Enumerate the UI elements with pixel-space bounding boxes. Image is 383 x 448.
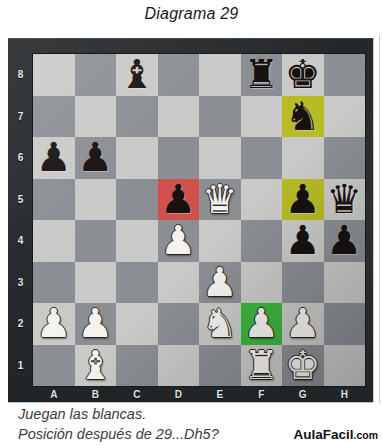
black-queen: ♛ [326,179,362,220]
caption-line-1: Juegan las blancas. [18,404,219,424]
square-e8 [199,54,241,96]
file-label-h: H [324,386,366,402]
square-c6 [116,137,158,179]
black-knight: ♞ [285,96,321,137]
file-label-d: D [158,386,200,402]
rank-label-1: 1 [8,345,33,387]
white-king: ♚ [285,345,321,386]
white-pawn: ♟ [36,303,72,344]
square-f5 [241,179,283,221]
page: Diagrama 29 87654321 ♝♜♚♞♟♟♟♛♟♛♟♟♟♟♟♟♞♟♟… [0,0,383,448]
caption: Juegan las blancas. Posición después de … [18,404,219,444]
square-h8 [324,54,366,96]
black-pawn: ♟ [36,137,72,178]
white-pawn: ♟ [77,303,113,344]
square-a8 [33,54,75,96]
diagram-title: Diagrama 29 [0,5,383,23]
square-e7 [199,96,241,138]
file-label-b: B [75,386,117,402]
square-f8: ♜ [241,54,283,96]
square-e6 [199,137,241,179]
file-label-f: F [241,386,283,402]
square-b1: ♝ [75,345,117,387]
square-h6 [324,137,366,179]
square-c1 [116,345,158,387]
black-pawn: ♟ [285,179,321,220]
square-d5: ♟ [158,179,200,221]
square-b3 [75,262,117,304]
white-bishop: ♝ [77,345,113,386]
square-h2 [324,303,366,345]
square-c3 [116,262,158,304]
square-g2: ♟ [282,303,324,345]
square-b8 [75,54,117,96]
square-a7 [33,96,75,138]
square-d4: ♟ [158,220,200,262]
square-g7: ♞ [282,96,324,138]
file-label-e: E [199,386,241,402]
black-pawn: ♟ [326,220,362,261]
square-f7 [241,96,283,138]
black-bishop: ♝ [119,54,155,95]
white-rook: ♜ [243,345,279,386]
black-pawn: ♟ [285,220,321,261]
site-watermark-name: AulaFacil [293,427,353,442]
white-pawn: ♟ [160,220,196,261]
chess-board-frame: 87654321 ♝♜♚♞♟♟♟♛♟♛♟♟♟♟♟♟♞♟♟♝♜♚ ABCDEFGH [8,38,373,402]
square-g4: ♟ [282,220,324,262]
square-g5: ♟ [282,179,324,221]
square-f3 [241,262,283,304]
square-d3 [158,262,200,304]
square-g6 [282,137,324,179]
square-h3 [324,262,366,304]
square-a6: ♟ [33,137,75,179]
square-e4 [199,220,241,262]
square-d7 [158,96,200,138]
square-b2: ♟ [75,303,117,345]
square-e2: ♞ [199,303,241,345]
square-g1: ♚ [282,345,324,387]
square-f2: ♟ [241,303,283,345]
square-b4 [75,220,117,262]
square-d6 [158,137,200,179]
file-label-g: G [282,386,324,402]
square-e3: ♟ [199,262,241,304]
rank-label-6: 6 [8,137,33,179]
square-f4 [241,220,283,262]
square-c2 [116,303,158,345]
file-labels: ABCDEFGH [33,386,365,402]
white-pawn: ♟ [285,303,321,344]
square-c4 [116,220,158,262]
square-h1 [324,345,366,387]
square-c8: ♝ [116,54,158,96]
site-watermark: AulaFacil.com [293,425,378,443]
caption-line-2: Posición después de 29...Dh5? [18,424,219,444]
rank-label-8: 8 [8,54,33,96]
rank-label-3: 3 [8,262,33,304]
square-h5: ♛ [324,179,366,221]
square-d2 [158,303,200,345]
site-watermark-tld: .com [353,429,378,441]
square-b6: ♟ [75,137,117,179]
square-e1 [199,345,241,387]
square-f1: ♜ [241,345,283,387]
square-a1 [33,345,75,387]
square-c5 [116,179,158,221]
rank-label-7: 7 [8,96,33,138]
square-e5: ♛ [199,179,241,221]
rank-label-4: 4 [8,220,33,262]
square-d8 [158,54,200,96]
file-label-a: A [33,386,75,402]
rank-label-5: 5 [8,179,33,221]
square-h4: ♟ [324,220,366,262]
white-knight: ♞ [202,303,238,344]
rank-labels: 87654321 [8,54,33,386]
square-a2: ♟ [33,303,75,345]
square-g3 [282,262,324,304]
black-pawn: ♟ [160,179,196,220]
black-king: ♚ [285,54,321,95]
black-pawn: ♟ [77,137,113,178]
square-a3 [33,262,75,304]
square-b5 [75,179,117,221]
square-a4 [33,220,75,262]
chess-board: ♝♜♚♞♟♟♟♛♟♛♟♟♟♟♟♟♞♟♟♝♜♚ [33,54,365,386]
rank-label-2: 2 [8,303,33,345]
image-edge-line [379,35,380,403]
white-pawn: ♟ [243,303,279,344]
square-g8: ♚ [282,54,324,96]
file-label-c: C [116,386,158,402]
square-f6 [241,137,283,179]
black-rook: ♜ [243,54,279,95]
square-c7 [116,96,158,138]
square-d1 [158,345,200,387]
square-b7 [75,96,117,138]
square-a5 [33,179,75,221]
white-pawn: ♟ [202,262,238,303]
square-h7 [324,96,366,138]
white-queen: ♛ [202,179,238,220]
